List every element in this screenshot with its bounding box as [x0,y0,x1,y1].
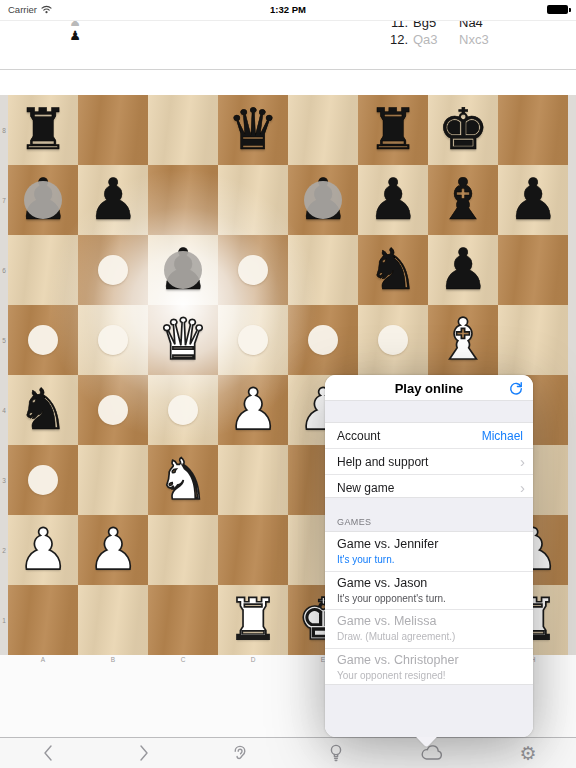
rank-label-7: 7 [0,165,8,235]
lightbulb-icon [327,743,345,763]
game-title: Game vs. Christopher [337,648,533,667]
popover-title: Play online [325,381,533,396]
bottom-toolbar: ⚙ [0,737,576,768]
square-b6[interactable] [78,235,148,305]
games-section-band: GAMES [325,498,533,531]
black-rook-f8: ♜ [358,95,428,165]
popover-body: Play online Account Michael [325,375,533,737]
square-f8[interactable]: ♜ [358,95,428,165]
status-divider [0,20,576,21]
square-c8[interactable] [148,95,218,165]
black-pawn-f7: ♟ [358,165,428,235]
capture-target-ring [304,181,342,219]
capture-target-ring [164,251,202,289]
square-d4[interactable]: ♟ [218,375,288,445]
help-support-label: Help and support [337,455,428,469]
square-g5[interactable]: ♝ [428,305,498,375]
square-a8[interactable]: ♜ [8,95,78,165]
rank-label-2: 2 [0,515,8,585]
game-row-jason[interactable]: Game vs. Jason It's your opponent's turn… [325,571,533,610]
legal-move-dot [98,325,128,355]
game-status: Draw. (Mutual agreement.) [337,628,533,642]
gear-icon: ⚙ [519,744,536,763]
square-h6[interactable] [498,235,568,305]
capture-target-ring [24,181,62,219]
square-d7[interactable] [218,165,288,235]
new-game-label: New game [337,481,394,495]
battery-icon [547,5,568,14]
square-f6[interactable]: ♞ [358,235,428,305]
legal-move-dot [28,465,58,495]
square-d3[interactable] [218,445,288,515]
help-support-row[interactable]: Help and support › [325,448,533,474]
games-section-header: GAMES [337,517,372,527]
square-g8[interactable]: ♚ [428,95,498,165]
hint-button[interactable] [316,738,356,768]
game-title: Game vs. Jennifer [337,532,533,551]
popover-header: Play online [325,375,533,401]
square-d8[interactable]: ♛ [218,95,288,165]
legal-move-dot [238,255,268,285]
square-e8[interactable] [288,95,358,165]
square-c1[interactable] [148,585,218,655]
white-rook-d1: ♜ [218,585,288,655]
square-a5[interactable] [8,305,78,375]
ear-icon [230,743,250,763]
chevron-left-icon [42,744,54,762]
square-c7[interactable] [148,165,218,235]
account-value[interactable]: Michael [482,429,523,443]
rank-label-4: 4 [0,375,8,445]
game-status: Your opponent resigned! [337,667,533,681]
game-row-christopher[interactable]: Game vs. Christopher Your opponent resig… [325,648,533,687]
square-c4[interactable] [148,375,218,445]
file-label-a: A [8,656,78,663]
games-group: Game vs. Jennifer It's your turn. Game v… [325,531,533,685]
square-h7[interactable]: ♟ [498,165,568,235]
square-b7[interactable]: ♟ [78,165,148,235]
square-a1[interactable] [8,585,78,655]
square-d5[interactable] [218,305,288,375]
square-d6[interactable] [218,235,288,305]
rank-label-3: 3 [0,445,8,515]
square-g6[interactable]: ♟ [428,235,498,305]
legal-move-dot [98,395,128,425]
refresh-icon [507,379,525,397]
game-title: Game vs. Jason [337,571,533,590]
move-list-divider [0,69,576,70]
file-label-b: B [78,656,148,663]
move-number: 12. [368,32,408,47]
square-c2[interactable] [148,515,218,585]
black-pawn-icon: ♟ [66,29,84,43]
black-pawn-b7: ♟ [78,165,148,235]
square-a4[interactable]: ♞ [8,375,78,445]
account-row[interactable]: Account Michael [325,423,533,448]
white-bishop-g5: ♝ [428,305,498,375]
square-b4[interactable] [78,375,148,445]
black-pawn-g6: ♟ [428,235,498,305]
legal-move-dot [378,325,408,355]
square-h8[interactable] [498,95,568,165]
move-row-12[interactable]: 12. Qa3 Nxc3 [368,31,548,47]
square-g7[interactable]: ♝ [428,165,498,235]
rank-label-6: 6 [0,235,8,305]
speak-moves-button[interactable] [220,738,260,768]
white-pawn-b2: ♟ [78,515,148,585]
settings-group: Account Michael Help and support › New g… [325,422,533,498]
square-c3[interactable]: ♞ [148,445,218,515]
legal-move-dot [238,325,268,355]
chevron-right-icon: › [520,456,525,468]
settings-button[interactable]: ⚙ [508,738,548,768]
square-h5[interactable] [498,305,568,375]
white-knight-c3: ♞ [148,445,218,515]
rank-label-1: 1 [0,585,8,655]
new-game-row[interactable]: New game › [325,474,533,500]
black-pawn-h7: ♟ [498,165,568,235]
legal-move-dot [308,325,338,355]
black-knight-a4: ♞ [8,375,78,445]
square-b1[interactable] [78,585,148,655]
game-status: It's your turn. [337,551,533,565]
legal-move-dot [98,255,128,285]
account-label: Account [337,429,380,443]
cloud-icon [420,745,444,761]
next-move-button[interactable] [124,738,164,768]
square-b2[interactable]: ♟ [78,515,148,585]
popover-spacer [325,401,533,422]
square-e6[interactable] [288,235,358,305]
white-pawn-a2: ♟ [8,515,78,585]
square-c5[interactable]: ♛ [148,305,218,375]
file-label-d: D [218,656,288,663]
move-list-bar: ♟ ♟ 11. Bg5 Na4 12. Qa3 Nxc3 [0,20,576,49]
white-move[interactable]: Qa3 [413,32,459,47]
square-b8[interactable] [78,95,148,165]
chevron-right-icon [138,744,150,762]
game-status: It's your opponent's turn. [337,590,533,604]
white-queen-c5: ♛ [148,305,218,375]
square-a7[interactable]: ♟ [8,165,78,235]
game-title: Game vs. Melissa [337,609,533,628]
square-e7[interactable]: ♟ [288,165,358,235]
status-bar: Carrier 1:32 PM [0,0,576,20]
black-rook-a8: ♜ [8,95,78,165]
refresh-button[interactable] [507,379,525,397]
rank-label-5: 5 [0,305,8,375]
legal-move-dot [168,395,198,425]
square-a2[interactable]: ♟ [8,515,78,585]
white-pawn-d4: ♟ [218,375,288,445]
popover-footer [325,685,533,737]
rank-label-8: 8 [0,95,8,165]
previous-move-button[interactable] [28,738,68,768]
game-row-jennifer[interactable]: Game vs. Jennifer It's your turn. [325,532,533,571]
black-move[interactable]: Nxc3 [459,32,519,47]
square-f7[interactable]: ♟ [358,165,428,235]
app-screen: Carrier 1:32 PM ♟ ♟ 11. Bg5 Na4 12. Qa3 [0,0,576,768]
square-f5[interactable] [358,305,428,375]
clock: 1:32 PM [0,4,576,15]
black-bishop-g7: ♝ [428,165,498,235]
square-b3[interactable] [78,445,148,515]
game-row-melissa[interactable]: Game vs. Melissa Draw. (Mutual agreement… [325,609,533,648]
square-d1[interactable]: ♜ [218,585,288,655]
black-queen-d8: ♛ [218,95,288,165]
square-e5[interactable] [288,305,358,375]
square-b5[interactable] [78,305,148,375]
square-a3[interactable] [8,445,78,515]
square-a6[interactable] [8,235,78,305]
square-d2[interactable] [218,515,288,585]
play-online-popover: Play online Account Michael [325,375,533,737]
chevron-right-icon: › [520,482,525,494]
black-king-g8: ♚ [428,95,498,165]
black-knight-f6: ♞ [358,235,428,305]
file-label-c: C [148,656,218,663]
square-c6[interactable]: ♟ [148,235,218,305]
legal-move-dot [28,325,58,355]
play-online-button[interactable] [412,738,452,768]
